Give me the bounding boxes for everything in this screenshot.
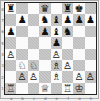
- square-d8[interactable]: ♛: [39, 3, 50, 14]
- square-a5[interactable]: [5, 37, 16, 48]
- square-h7[interactable]: ♟: [85, 14, 96, 25]
- square-d5[interactable]: [39, 37, 50, 48]
- square-g3[interactable]: [73, 60, 84, 71]
- square-e4[interactable]: ♙: [51, 49, 62, 60]
- square-f3[interactable]: ♙: [62, 60, 73, 71]
- piece-black-pawn: ♟: [52, 37, 61, 48]
- square-g4[interactable]: [73, 49, 84, 60]
- piece-black-pawn: ♟: [86, 14, 95, 25]
- square-g7[interactable]: ♟: [73, 14, 84, 25]
- piece-white-pawn: ♙: [29, 71, 38, 82]
- square-c2[interactable]: ♙: [28, 71, 39, 82]
- square-e5[interactable]: ♟: [51, 37, 62, 48]
- square-b7[interactable]: ♟: [16, 14, 27, 25]
- file-labels: abcdefgh: [6, 96, 97, 101]
- square-g1[interactable]: ♔: [73, 83, 84, 94]
- square-h2[interactable]: ♙: [85, 71, 96, 82]
- square-e7[interactable]: ♝: [51, 14, 62, 25]
- piece-white-queen: ♕: [40, 82, 49, 93]
- square-b2[interactable]: ♙: [16, 71, 27, 82]
- square-a2[interactable]: [5, 71, 16, 82]
- piece-black-rook: ♜: [63, 3, 72, 14]
- square-d1[interactable]: ♕: [39, 83, 50, 94]
- piece-white-knight: ♘: [29, 60, 38, 71]
- file-label-f: f: [62, 96, 73, 101]
- file-label-e: e: [51, 96, 62, 101]
- square-a4[interactable]: ♙: [5, 49, 16, 60]
- square-b1[interactable]: [16, 83, 27, 94]
- square-c7[interactable]: [28, 14, 39, 25]
- square-e2[interactable]: ♗: [51, 71, 62, 82]
- piece-black-queen: ♛: [40, 3, 49, 14]
- square-g8[interactable]: ♚: [73, 3, 84, 14]
- square-f8[interactable]: ♜: [62, 3, 73, 14]
- piece-black-pawn: ♟: [74, 14, 83, 25]
- square-c5[interactable]: [28, 37, 39, 48]
- piece-black-knight: ♞: [63, 25, 72, 36]
- square-h4[interactable]: [85, 49, 96, 60]
- square-h5[interactable]: [85, 37, 96, 48]
- square-b6[interactable]: [16, 26, 27, 37]
- square-c4[interactable]: [28, 49, 39, 60]
- square-d4[interactable]: [39, 49, 50, 60]
- file-label-a: a: [6, 96, 17, 101]
- square-f2[interactable]: [62, 71, 73, 82]
- square-b8[interactable]: [16, 3, 27, 14]
- square-a3[interactable]: [5, 60, 16, 71]
- piece-black-pawn: ♟: [40, 25, 49, 36]
- chess-diagram: 87654321 ♜♛♜♚♟♞♝♟♟♟♟♟♝♞♟♙♙♘♘♗♙♙♙♗♙♙♖♕♖♔ …: [0, 0, 99, 99]
- square-a7[interactable]: [5, 14, 16, 25]
- piece-black-king: ♚: [74, 3, 83, 14]
- square-c1[interactable]: [28, 83, 39, 94]
- square-e8[interactable]: [51, 3, 62, 14]
- square-b3[interactable]: ♘: [16, 60, 27, 71]
- square-a6[interactable]: ♟: [5, 26, 16, 37]
- piece-black-bishop: ♝: [52, 25, 61, 36]
- square-d3[interactable]: [39, 60, 50, 71]
- square-d7[interactable]: ♞: [39, 14, 50, 25]
- square-g2[interactable]: ♙: [73, 71, 84, 82]
- square-f7[interactable]: ♟: [62, 14, 73, 25]
- piece-white-pawn: ♙: [86, 71, 95, 82]
- piece-white-knight: ♘: [18, 60, 27, 71]
- square-c8[interactable]: [28, 3, 39, 14]
- square-c3[interactable]: ♘: [28, 60, 39, 71]
- square-h6[interactable]: [85, 26, 96, 37]
- square-e6[interactable]: ♝: [51, 26, 62, 37]
- square-c6[interactable]: [28, 26, 39, 37]
- square-b5[interactable]: [16, 37, 27, 48]
- piece-black-pawn: ♟: [63, 14, 72, 25]
- piece-black-knight: ♞: [40, 14, 49, 25]
- piece-black-bishop: ♝: [52, 14, 61, 25]
- file-label-g: g: [74, 96, 85, 101]
- piece-white-pawn: ♙: [74, 71, 83, 82]
- square-d2[interactable]: [39, 71, 50, 82]
- square-h3[interactable]: [85, 60, 96, 71]
- piece-white-king: ♔: [74, 82, 83, 93]
- square-a8[interactable]: ♜: [5, 3, 16, 14]
- square-f6[interactable]: ♞: [62, 26, 73, 37]
- piece-white-rook: ♖: [63, 82, 72, 93]
- square-f4[interactable]: [62, 49, 73, 60]
- file-label-d: d: [40, 96, 51, 101]
- piece-white-pawn: ♙: [18, 71, 27, 82]
- chess-board: ♜♛♜♚♟♞♝♟♟♟♟♟♝♞♟♙♙♘♘♗♙♙♙♗♙♙♖♕♖♔: [4, 2, 97, 95]
- file-label-b: b: [17, 96, 28, 101]
- square-h1[interactable]: [85, 83, 96, 94]
- piece-white-pawn: ♙: [6, 48, 15, 59]
- square-e3[interactable]: ♗: [51, 60, 62, 71]
- piece-white-bishop: ♗: [52, 71, 61, 82]
- piece-white-rook: ♖: [6, 82, 15, 93]
- square-e1[interactable]: [51, 83, 62, 94]
- square-h8[interactable]: [85, 3, 96, 14]
- piece-black-rook: ♜: [6, 3, 15, 14]
- square-f5[interactable]: [62, 37, 73, 48]
- square-f1[interactable]: ♖: [62, 83, 73, 94]
- square-g5[interactable]: [73, 37, 84, 48]
- file-label-c: c: [28, 96, 39, 101]
- piece-black-pawn: ♟: [18, 14, 27, 25]
- piece-white-pawn: ♙: [52, 48, 61, 59]
- square-a1[interactable]: ♖: [5, 83, 16, 94]
- square-d6[interactable]: ♟: [39, 26, 50, 37]
- piece-white-bishop: ♗: [52, 60, 61, 71]
- file-label-h: h: [85, 96, 96, 101]
- piece-white-pawn: ♙: [63, 60, 72, 71]
- piece-black-pawn: ♟: [6, 25, 15, 36]
- square-b4[interactable]: [16, 49, 27, 60]
- square-g6[interactable]: [73, 26, 84, 37]
